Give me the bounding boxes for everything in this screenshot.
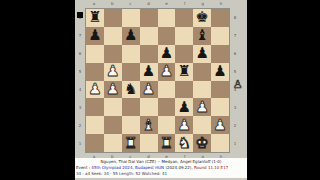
file-label-g: g bbox=[194, 0, 212, 7]
file-labels-top: abcdefgh bbox=[85, 0, 230, 7]
square-d4: ♟ bbox=[140, 81, 158, 99]
rank-label-5: 5 bbox=[76, 62, 84, 80]
square-c2 bbox=[122, 116, 140, 134]
white-knight: ♞ bbox=[178, 136, 191, 151]
white-bishop: ♝ bbox=[142, 118, 155, 133]
file-label-c: c bbox=[121, 0, 139, 7]
white-pawn: ♟ bbox=[213, 118, 226, 133]
square-c7: ♟ bbox=[122, 27, 140, 45]
square-d2: ♝ bbox=[140, 116, 158, 134]
black-knight: ♞ bbox=[124, 82, 137, 97]
black-pawn: ♟ bbox=[124, 28, 137, 43]
rank-labels-left: 87654321 bbox=[76, 8, 84, 153]
video-frame: { "game": "chess", "position": { "fen": … bbox=[0, 0, 320, 180]
rank-label-4: 4 bbox=[76, 81, 84, 99]
square-d8 bbox=[140, 9, 158, 27]
square-c1: ♜ bbox=[122, 134, 140, 152]
square-b4: ♟ bbox=[104, 81, 122, 99]
square-g7: ♝ bbox=[193, 27, 211, 45]
white-king: ♚ bbox=[195, 136, 208, 151]
rank-label-3: 3 bbox=[76, 99, 84, 117]
square-c5 bbox=[122, 63, 140, 81]
square-a6 bbox=[86, 45, 104, 63]
rank-label-2: 2 bbox=[76, 117, 84, 135]
white-rook: ♜ bbox=[124, 136, 137, 151]
black-rook: ♜ bbox=[178, 64, 191, 79]
black-pawn: ♟ bbox=[142, 64, 155, 79]
rank-label-7: 7 bbox=[231, 26, 239, 44]
file-label-d: d bbox=[139, 0, 157, 7]
white-pawn: ♟ bbox=[142, 82, 155, 97]
square-g5 bbox=[193, 63, 211, 81]
square-g3: ♟ bbox=[193, 98, 211, 116]
square-c4: ♞ bbox=[122, 81, 140, 99]
square-g8: ♚ bbox=[193, 9, 211, 27]
square-e2 bbox=[158, 116, 176, 134]
rank-label-7: 7 bbox=[76, 26, 84, 44]
square-g1: ♚ bbox=[193, 134, 211, 152]
white-pawn: ♟ bbox=[106, 64, 119, 79]
square-c8 bbox=[122, 9, 140, 27]
square-c3 bbox=[122, 98, 140, 116]
square-b2 bbox=[104, 116, 122, 134]
file-label-b: b bbox=[103, 0, 121, 7]
chess-board: ♜♚♟♟♝♟♟♟♟♟♜♟♟♟♞♟♟♟♝♟♟♜♜♞♚ bbox=[85, 8, 230, 153]
square-a5 bbox=[86, 63, 104, 81]
square-e5: ♟ bbox=[158, 63, 176, 81]
square-e3 bbox=[158, 98, 176, 116]
square-f4 bbox=[175, 81, 193, 99]
square-a2 bbox=[86, 116, 104, 134]
event-name: 45th Olympiad 2024, Budapest HUN bbox=[91, 165, 164, 170]
black-player-marker bbox=[77, 12, 83, 18]
square-h3 bbox=[211, 98, 229, 116]
square-g2 bbox=[193, 116, 211, 134]
rank-label-6: 6 bbox=[76, 44, 84, 62]
square-e7 bbox=[158, 27, 176, 45]
square-c6 bbox=[122, 45, 140, 63]
square-d7 bbox=[140, 27, 158, 45]
square-h8 bbox=[211, 9, 229, 27]
square-d3 bbox=[140, 98, 158, 116]
square-h1 bbox=[211, 134, 229, 152]
square-h5: ♟ bbox=[211, 63, 229, 81]
square-a3 bbox=[86, 98, 104, 116]
square-d5: ♟ bbox=[140, 63, 158, 81]
black-bishop: ♝ bbox=[195, 28, 208, 43]
square-h4 bbox=[211, 81, 229, 99]
square-e8 bbox=[158, 9, 176, 27]
rank-label-1: 1 bbox=[76, 135, 84, 153]
white-pawn: ♟ bbox=[195, 100, 208, 115]
stats-line: 34 : a4 Seek: 34 - 55 Length: 52 Watched… bbox=[75, 171, 247, 177]
square-d6 bbox=[140, 45, 158, 63]
square-a8: ♜ bbox=[86, 9, 104, 27]
square-f2: ♟ bbox=[175, 116, 193, 134]
rank-label-8: 8 bbox=[231, 8, 239, 26]
square-a7: ♟ bbox=[86, 27, 104, 45]
rank-label-2: 2 bbox=[231, 117, 239, 135]
event-label: Event : bbox=[76, 165, 91, 170]
white-pawn: ♟ bbox=[88, 82, 101, 97]
square-b6 bbox=[104, 45, 122, 63]
square-e4 bbox=[158, 81, 176, 99]
white-pawn: ♟ bbox=[106, 82, 119, 97]
square-f3: ♟ bbox=[175, 98, 193, 116]
square-f1: ♞ bbox=[175, 134, 193, 152]
square-h2: ♟ bbox=[211, 116, 229, 134]
game-caption-bar: Nguyen, Thai Dai Van (CZE) -- Medyan, An… bbox=[75, 158, 247, 178]
file-label-h: h bbox=[212, 0, 230, 7]
white-pawn: ♟ bbox=[178, 118, 191, 133]
square-b5: ♟ bbox=[104, 63, 122, 81]
file-label-f: f bbox=[176, 0, 194, 7]
square-g6: ♟ bbox=[193, 45, 211, 63]
black-pawn: ♟ bbox=[88, 28, 101, 43]
white-pawn: ♟ bbox=[160, 64, 173, 79]
square-d1 bbox=[140, 134, 158, 152]
square-a1 bbox=[86, 134, 104, 152]
rank-label-3: 3 bbox=[231, 99, 239, 117]
black-pawn: ♟ bbox=[213, 64, 226, 79]
rank-label-6: 6 bbox=[231, 44, 239, 62]
square-g4 bbox=[193, 81, 211, 99]
square-h6 bbox=[211, 45, 229, 63]
black-pawn: ♟ bbox=[195, 46, 208, 61]
white-to-move-pawn-icon: ♙ bbox=[233, 78, 245, 92]
square-f8 bbox=[175, 9, 193, 27]
square-f6 bbox=[175, 45, 193, 63]
file-label-e: e bbox=[158, 0, 176, 7]
black-rook: ♜ bbox=[88, 10, 101, 25]
square-b3 bbox=[104, 98, 122, 116]
square-f5: ♜ bbox=[175, 63, 193, 81]
square-e1: ♜ bbox=[158, 134, 176, 152]
square-h7 bbox=[211, 27, 229, 45]
rank-label-1: 1 bbox=[231, 135, 239, 153]
square-e6: ♟ bbox=[158, 45, 176, 63]
square-b7 bbox=[104, 27, 122, 45]
square-f7 bbox=[175, 27, 193, 45]
black-pawn: ♟ bbox=[160, 46, 173, 61]
square-b8 bbox=[104, 9, 122, 27]
square-a4: ♟ bbox=[86, 81, 104, 99]
file-label-a: a bbox=[85, 0, 103, 7]
black-pawn: ♟ bbox=[178, 100, 191, 115]
square-b1 bbox=[104, 134, 122, 152]
event-round: Round 11.10 E17 bbox=[194, 165, 228, 170]
board-panel: abcdefgh 87654321 ♜♚♟♟♝♟♟♟♟♟♜♟♟♟♞♟♟♟♝♟♟♜… bbox=[75, 0, 247, 180]
event-date: (2024.09.22), bbox=[164, 165, 194, 170]
black-king: ♚ bbox=[195, 10, 208, 25]
white-rook: ♜ bbox=[160, 136, 173, 151]
